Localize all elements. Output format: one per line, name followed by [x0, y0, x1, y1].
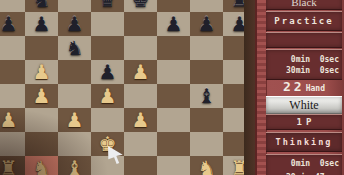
game-screen: ♞♛♚♜♟♟♟♟♟♟♞♟♝♟♟♟♟♟♟♟♚♜♞♝♞♜ Black Practic…	[0, 0, 344, 175]
square-c8[interactable]	[58, 0, 91, 12]
move-number: 22	[283, 79, 305, 94]
square-g6[interactable]	[190, 36, 223, 60]
square-d2[interactable]	[91, 132, 124, 156]
square-d6[interactable]	[91, 36, 124, 60]
square-b8[interactable]	[25, 0, 58, 12]
square-a3[interactable]	[0, 108, 25, 132]
status-label: Thinking	[276, 137, 333, 147]
white-player-panel: White	[266, 96, 342, 114]
square-a1[interactable]	[0, 156, 25, 175]
square-f3[interactable]	[157, 108, 190, 132]
square-c5[interactable]	[58, 60, 91, 84]
white-time-panel: 0min 0sec 29min 47sec	[266, 154, 342, 175]
info-sidebar: Black Practice 0min 0sec 30min 0sec 22 H…	[255, 0, 344, 175]
square-c3[interactable]	[58, 108, 91, 132]
square-d7[interactable]	[91, 12, 124, 36]
square-g3[interactable]	[190, 108, 223, 132]
black-label: Black	[266, 0, 342, 8]
square-a4[interactable]	[0, 84, 25, 108]
square-b1[interactable]	[25, 156, 58, 175]
white-label: White	[289, 98, 318, 113]
square-f8[interactable]	[157, 0, 190, 12]
square-b6[interactable]	[25, 36, 58, 60]
square-f1[interactable]	[157, 156, 190, 175]
move-suffix: Hand	[306, 84, 325, 93]
black-time-panel: 0min 0sec 30min 0sec	[266, 49, 342, 80]
square-e7[interactable]	[124, 12, 157, 36]
square-e8[interactable]	[124, 0, 157, 12]
square-d4[interactable]	[91, 84, 124, 108]
square-c4[interactable]	[58, 84, 91, 108]
square-a2[interactable]	[0, 132, 25, 156]
status-panel: Thinking	[266, 132, 342, 152]
square-e6[interactable]	[124, 36, 157, 60]
mode-panel: Practice	[266, 11, 342, 31]
move-counter: 22 Hand	[266, 79, 342, 94]
black-player-panel: Black	[266, 0, 342, 10]
square-e5[interactable]	[124, 60, 157, 84]
square-g1[interactable]	[190, 156, 223, 175]
square-f7[interactable]	[157, 12, 190, 36]
square-f4[interactable]	[157, 84, 190, 108]
square-b7[interactable]	[25, 12, 58, 36]
empty-panel	[266, 32, 342, 48]
square-g7[interactable]	[190, 12, 223, 36]
player-panel: 1P	[266, 114, 342, 130]
black-time-used: 0min 0sec	[266, 54, 342, 65]
square-d3[interactable]	[91, 108, 124, 132]
square-g2[interactable]	[190, 132, 223, 156]
mode-label: Practice	[274, 16, 333, 26]
square-c6[interactable]	[58, 36, 91, 60]
square-b2[interactable]	[25, 132, 58, 156]
square-b5[interactable]	[25, 60, 58, 84]
chess-board[interactable]: ♞♛♚♜♟♟♟♟♟♟♞♟♝♟♟♟♟♟♟♟♚♜♞♝♞♜	[0, 0, 256, 175]
square-g8[interactable]	[190, 0, 223, 12]
square-a5[interactable]	[0, 60, 25, 84]
square-f2[interactable]	[157, 132, 190, 156]
square-a6[interactable]	[0, 36, 25, 60]
square-d5[interactable]	[91, 60, 124, 84]
square-c1[interactable]	[58, 156, 91, 175]
square-d1[interactable]	[91, 156, 124, 175]
square-e3[interactable]	[124, 108, 157, 132]
square-g4[interactable]	[190, 84, 223, 108]
square-a8[interactable]	[0, 0, 25, 12]
square-b4[interactable]	[25, 84, 58, 108]
square-e2[interactable]	[124, 132, 157, 156]
square-d8[interactable]	[91, 0, 124, 12]
square-e1[interactable]	[124, 156, 157, 175]
white-time-used: 0min 0sec	[266, 158, 342, 169]
square-a7[interactable]	[0, 12, 25, 36]
black-time-total: 30min 0sec	[266, 65, 342, 76]
square-c2[interactable]	[58, 132, 91, 156]
square-f6[interactable]	[157, 36, 190, 60]
white-time-remaining: 29min 47sec	[266, 172, 342, 175]
square-c7[interactable]	[58, 12, 91, 36]
square-e4[interactable]	[124, 84, 157, 108]
square-f5[interactable]	[157, 60, 190, 84]
square-b3[interactable]	[25, 108, 58, 132]
square-g5[interactable]	[190, 60, 223, 84]
player-label: 1P	[293, 117, 316, 127]
